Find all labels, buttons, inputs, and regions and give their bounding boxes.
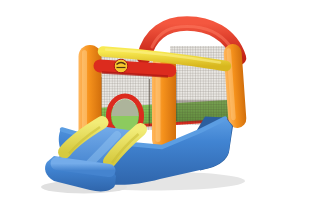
product-photo: Inflatable bounce house with slide [0, 0, 309, 206]
top-bar [100, 66, 170, 71]
brand-logo [114, 59, 128, 73]
pillar-front-left-highlight [82, 50, 87, 136]
slide-bumper [57, 164, 109, 171]
bounce-house-illustration: Inflatable bounce house with slide [0, 0, 309, 206]
